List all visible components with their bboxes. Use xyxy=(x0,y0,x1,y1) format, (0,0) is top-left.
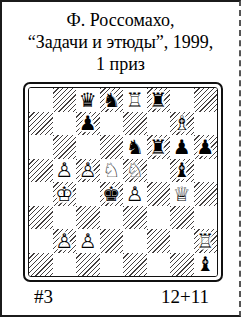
white-knight: ♘ xyxy=(102,160,120,180)
chess-board-inner-border: ♛♞♖♜♟♗♞♜♟♟♙♙♘♘♝♔♚♙♕♙♙♖♝ xyxy=(28,87,218,277)
white-knight: ♘ xyxy=(126,160,144,180)
black-pawn: ♟ xyxy=(79,113,97,133)
black-queen: ♛ xyxy=(79,90,97,110)
black-rook: ♜ xyxy=(149,137,167,157)
stipulation: #3 xyxy=(34,287,53,307)
square-d8: ♞ xyxy=(100,88,124,112)
problem-title: Ф. Россомахо, “Задачи и этюды”, 1999, 1 … xyxy=(2,9,239,75)
square-e2 xyxy=(123,229,147,253)
square-e1 xyxy=(123,253,147,277)
white-pawn: ♙ xyxy=(79,160,97,180)
square-b4: ♔ xyxy=(53,182,77,206)
page: Ф. Россомахо, “Задачи и этюды”, 1999, 1 … xyxy=(0,0,241,317)
caption-row: #3 12+11 xyxy=(2,287,239,307)
square-a2 xyxy=(29,229,53,253)
square-g5: ♝ xyxy=(170,159,194,183)
square-c3 xyxy=(76,206,100,230)
square-f8: ♜ xyxy=(147,88,171,112)
square-g8 xyxy=(170,88,194,112)
square-e3 xyxy=(123,206,147,230)
square-f1 xyxy=(147,253,171,277)
title-source: “Задачи и этюды”, 1999, xyxy=(2,31,239,53)
square-b3 xyxy=(53,206,77,230)
square-e4: ♙ xyxy=(123,182,147,206)
square-d4: ♚ xyxy=(100,182,124,206)
square-c1 xyxy=(76,253,100,277)
black-bishop: ♝ xyxy=(173,160,191,180)
white-queen: ♕ xyxy=(173,184,191,204)
square-b1 xyxy=(53,253,77,277)
square-c8: ♛ xyxy=(76,88,100,112)
square-d6 xyxy=(100,135,124,159)
square-f7 xyxy=(147,112,171,136)
material-count: 12+11 xyxy=(161,287,209,307)
square-g4: ♕ xyxy=(170,182,194,206)
title-author: Ф. Россомахо, xyxy=(2,9,239,31)
chess-board-frame: ♛♞♖♜♟♗♞♜♟♟♙♙♘♘♝♔♚♙♕♙♙♖♝ xyxy=(23,82,223,282)
white-rook: ♖ xyxy=(126,90,144,110)
square-d2 xyxy=(100,229,124,253)
square-f6: ♜ xyxy=(147,135,171,159)
black-bishop: ♝ xyxy=(196,254,214,274)
black-king: ♚ xyxy=(102,184,120,204)
title-award: 1 приз xyxy=(2,53,239,75)
square-d5: ♘ xyxy=(100,159,124,183)
square-f2 xyxy=(147,229,171,253)
square-d7 xyxy=(100,112,124,136)
square-a8 xyxy=(29,88,53,112)
square-f4 xyxy=(147,182,171,206)
square-b5: ♙ xyxy=(53,159,77,183)
square-d1 xyxy=(100,253,124,277)
square-c5: ♙ xyxy=(76,159,100,183)
square-b2: ♙ xyxy=(53,229,77,253)
square-e7 xyxy=(123,112,147,136)
white-pawn: ♙ xyxy=(55,160,73,180)
square-h6: ♟ xyxy=(194,135,218,159)
square-h2: ♖ xyxy=(194,229,218,253)
square-g1 xyxy=(170,253,194,277)
white-pawn: ♙ xyxy=(55,231,73,251)
white-pawn: ♙ xyxy=(79,231,97,251)
square-g7: ♗ xyxy=(170,112,194,136)
square-f3 xyxy=(147,206,171,230)
black-pawn: ♟ xyxy=(173,137,191,157)
square-h3 xyxy=(194,206,218,230)
square-c7: ♟ xyxy=(76,112,100,136)
square-g6: ♟ xyxy=(170,135,194,159)
white-bishop: ♗ xyxy=(173,113,191,133)
square-b8 xyxy=(53,88,77,112)
square-a6 xyxy=(29,135,53,159)
white-king: ♔ xyxy=(55,184,73,204)
square-h1: ♝ xyxy=(194,253,218,277)
square-c4 xyxy=(76,182,100,206)
square-a7 xyxy=(29,112,53,136)
square-e5: ♘ xyxy=(123,159,147,183)
square-a3 xyxy=(29,206,53,230)
square-h4 xyxy=(194,182,218,206)
square-h5 xyxy=(194,159,218,183)
black-rook: ♜ xyxy=(149,90,167,110)
square-h8 xyxy=(194,88,218,112)
square-a5 xyxy=(29,159,53,183)
white-rook: ♖ xyxy=(196,231,214,251)
black-knight: ♞ xyxy=(102,90,120,110)
square-h7 xyxy=(194,112,218,136)
chess-board: ♛♞♖♜♟♗♞♜♟♟♙♙♘♘♝♔♚♙♕♙♙♖♝ xyxy=(29,88,217,276)
square-a4 xyxy=(29,182,53,206)
square-e8: ♖ xyxy=(123,88,147,112)
square-d3 xyxy=(100,206,124,230)
square-c6 xyxy=(76,135,100,159)
black-pawn: ♟ xyxy=(196,137,214,157)
square-b7 xyxy=(53,112,77,136)
square-a1 xyxy=(29,253,53,277)
square-e6: ♞ xyxy=(123,135,147,159)
black-knight: ♞ xyxy=(126,137,144,157)
white-pawn: ♙ xyxy=(126,184,144,204)
square-g2 xyxy=(170,229,194,253)
square-g3 xyxy=(170,206,194,230)
square-c2: ♙ xyxy=(76,229,100,253)
square-b6 xyxy=(53,135,77,159)
square-f5 xyxy=(147,159,171,183)
